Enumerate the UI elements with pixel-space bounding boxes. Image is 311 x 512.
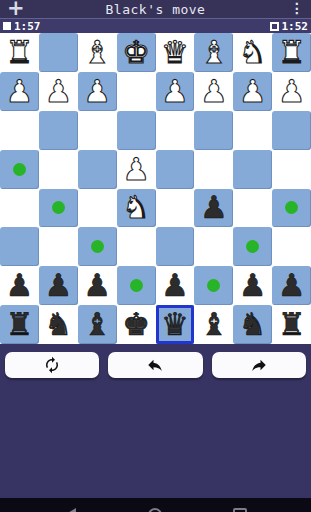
white-king: ♚ [122,37,150,68]
black-knight: ♞ [44,309,72,340]
white-pawn: ♟ [278,76,306,107]
chess-board: ♜♝♚♛♝♞♜♟♟♟♟♟♟♟♟♞♟♟♟♟♟♟♟♜♞♝♚♛♝♞♜ [0,33,311,344]
square-g2[interactable]: ♟ [39,72,78,111]
black-timer: 1:52 [270,20,309,33]
square-e6[interactable] [117,227,156,266]
black-pawn: ♟ [6,270,34,301]
white-pawn: ♟ [83,76,111,107]
square-g6[interactable] [39,227,78,266]
square-d2[interactable]: ♟ [156,72,195,111]
legal-move-dot [52,201,65,214]
white-rook: ♜ [278,37,306,68]
refresh-icon [43,356,61,374]
square-e2[interactable] [117,72,156,111]
black-bishop: ♝ [83,309,111,340]
square-c6[interactable] [194,227,233,266]
square-a2[interactable]: ♟ [272,72,311,111]
black-rook: ♜ [278,309,306,340]
square-g7[interactable]: ♟ [39,266,78,305]
square-h8[interactable]: ♜ [0,305,39,344]
timer-bar: 1:57 1:52 [0,18,311,33]
square-e3[interactable] [117,111,156,150]
black-pawn: ♟ [83,270,111,301]
square-a1[interactable]: ♜ [272,33,311,72]
black-king: ♚ [122,309,150,340]
square-h4[interactable] [0,150,39,189]
square-c3[interactable] [194,111,233,150]
square-b8[interactable]: ♞ [233,305,272,344]
legal-move-dot [246,240,259,253]
square-e7[interactable] [117,266,156,305]
square-e5[interactable]: ♞ [117,189,156,228]
white-pawn: ♟ [239,76,267,107]
square-a6[interactable] [272,227,311,266]
square-c5[interactable]: ♟ [194,189,233,228]
white-pawn: ♟ [161,76,189,107]
white-pawn: ♟ [200,76,228,107]
legal-move-dot [130,279,143,292]
square-f6[interactable] [78,227,117,266]
white-player-icon [3,22,11,30]
black-pawn: ♟ [161,270,189,301]
square-b1[interactable]: ♞ [233,33,272,72]
square-a8[interactable]: ♜ [272,305,311,344]
white-knight: ♞ [122,192,150,223]
legal-move-dot [13,163,26,176]
square-d1[interactable]: ♛ [156,33,195,72]
white-knight: ♞ [239,37,267,68]
white-timer: 1:57 [3,20,41,33]
black-bishop: ♝ [200,309,228,340]
square-f5[interactable] [78,189,117,228]
square-c2[interactable]: ♟ [194,72,233,111]
android-nav-bar [0,498,311,512]
square-f4[interactable] [78,150,117,189]
legal-move-dot [91,240,104,253]
black-pawn: ♟ [200,192,228,223]
square-d8[interactable]: ♛ [156,305,195,344]
black-pawn: ♟ [239,270,267,301]
black-pawn: ♟ [278,270,306,301]
overflow-menu-icon[interactable]: ⋮ [290,0,304,16]
refresh-button[interactable] [5,352,99,378]
redo-arrow-icon [250,356,268,374]
black-queen: ♛ [161,309,189,340]
square-h2[interactable]: ♟ [0,72,39,111]
black-timer-value: 1:52 [282,20,309,33]
square-f2[interactable]: ♟ [78,72,117,111]
white-timer-value: 1:57 [14,20,41,33]
white-pawn: ♟ [122,154,150,185]
black-rook: ♜ [6,309,34,340]
back-icon[interactable] [66,508,76,512]
legal-move-dot [285,201,298,214]
square-d6[interactable] [156,227,195,266]
square-c1[interactable]: ♝ [194,33,233,72]
square-g4[interactable] [39,150,78,189]
square-a3[interactable] [272,111,311,150]
square-h3[interactable] [0,111,39,150]
square-h7[interactable]: ♟ [0,266,39,305]
square-a7[interactable]: ♟ [272,266,311,305]
legal-move-dot [207,279,220,292]
square-g1[interactable] [39,33,78,72]
square-b2[interactable]: ♟ [233,72,272,111]
square-b6[interactable] [233,227,272,266]
square-d5[interactable] [156,189,195,228]
square-c8[interactable]: ♝ [194,305,233,344]
square-e1[interactable]: ♚ [117,33,156,72]
square-b4[interactable] [233,150,272,189]
square-f7[interactable]: ♟ [78,266,117,305]
white-queen: ♛ [161,37,189,68]
square-f3[interactable] [78,111,117,150]
square-b5[interactable] [233,189,272,228]
controls-row [0,344,311,378]
square-e8[interactable]: ♚ [117,305,156,344]
undo-arrow-icon [146,356,164,374]
square-h5[interactable] [0,189,39,228]
square-g3[interactable] [39,111,78,150]
redo-button[interactable] [212,352,306,378]
black-pawn: ♟ [44,270,72,301]
square-h6[interactable] [0,227,39,266]
square-d3[interactable] [156,111,195,150]
white-rook: ♜ [6,37,34,68]
square-h1[interactable]: ♜ [0,33,39,72]
square-b7[interactable]: ♟ [233,266,272,305]
square-d7[interactable]: ♟ [156,266,195,305]
square-g5[interactable] [39,189,78,228]
square-f1[interactable]: ♝ [78,33,117,72]
square-e4[interactable]: ♟ [117,150,156,189]
square-c4[interactable] [194,150,233,189]
white-pawn: ♟ [44,76,72,107]
square-f8[interactable]: ♝ [78,305,117,344]
square-b3[interactable] [233,111,272,150]
undo-button[interactable] [108,352,202,378]
white-bishop: ♝ [83,37,111,68]
white-pawn: ♟ [6,76,34,107]
square-a4[interactable] [272,150,311,189]
square-c7[interactable] [194,266,233,305]
square-d4[interactable] [156,150,195,189]
black-knight: ♞ [239,309,267,340]
plus-icon[interactable]: + [7,0,25,20]
white-bishop: ♝ [200,37,228,68]
app-bar: + Black's move ⋮ [0,0,311,18]
square-a5[interactable] [272,189,311,228]
recents-icon[interactable] [233,508,247,512]
page-title: Black's move [106,2,206,17]
black-player-icon [270,22,279,31]
square-g8[interactable]: ♞ [39,305,78,344]
home-icon[interactable] [148,508,162,512]
